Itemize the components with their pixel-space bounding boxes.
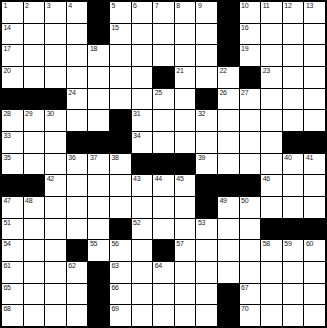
cell-r11c7[interactable]: 52: [132, 219, 153, 240]
cell-r1c10[interactable]: 9: [196, 2, 217, 23]
clue-number-49: 49: [220, 197, 227, 205]
cell-r3c14[interactable]: [283, 45, 304, 66]
cell-r8c15[interactable]: 41: [304, 154, 325, 175]
clue-number-43: 43: [133, 175, 140, 183]
clue-number-54: 54: [4, 240, 11, 248]
block-r13c5: [88, 262, 109, 283]
block-r2c11: [218, 24, 239, 45]
cell-r10c7[interactable]: [132, 197, 153, 218]
cell-r14c2[interactable]: [24, 284, 45, 305]
cell-r13c1[interactable]: 61: [2, 262, 23, 283]
cell-r6c1[interactable]: 28: [2, 110, 23, 131]
block-r11c13: [261, 219, 282, 240]
cell-r15c13[interactable]: [261, 305, 282, 326]
cell-r6c13[interactable]: [261, 110, 282, 131]
clue-number-5: 5: [112, 2, 116, 10]
cell-r3c5[interactable]: 18: [88, 45, 109, 66]
cell-r13c7[interactable]: [132, 262, 153, 283]
clue-number-16: 16: [241, 24, 248, 32]
block-r4c12: [240, 67, 261, 88]
clue-number-15: 15: [112, 24, 119, 32]
cell-r14c15[interactable]: [304, 284, 325, 305]
block-r14c11: [218, 284, 239, 305]
cell-r2c7[interactable]: [132, 24, 153, 45]
block-r9c10: [196, 175, 217, 196]
cell-r14c3[interactable]: [45, 284, 66, 305]
cell-r10c14[interactable]: [283, 197, 304, 218]
clue-number-10: 10: [241, 2, 248, 10]
clue-number-1: 1: [4, 2, 8, 10]
clue-number-26: 26: [220, 89, 227, 97]
cell-r4c7[interactable]: [132, 67, 153, 88]
cell-r12c7[interactable]: [132, 240, 153, 261]
clue-number-12: 12: [284, 2, 291, 10]
block-r14c5: [88, 284, 109, 305]
block-r8c7: [132, 154, 153, 175]
clue-number-35: 35: [4, 154, 11, 162]
cell-r15c2[interactable]: [24, 305, 45, 326]
cell-r9c14[interactable]: [283, 175, 304, 196]
cell-r2c10[interactable]: [196, 24, 217, 45]
clue-number-14: 14: [4, 24, 11, 32]
cell-r4c1[interactable]: 20: [2, 67, 23, 88]
cell-r10c8[interactable]: [153, 197, 174, 218]
block-r7c5: [88, 132, 109, 153]
cell-r4c14[interactable]: [283, 67, 304, 88]
clue-number-51: 51: [4, 219, 11, 227]
cell-r4c4[interactable]: [67, 67, 88, 88]
clue-number-69: 69: [112, 305, 119, 313]
block-r7c15: [304, 132, 325, 153]
clue-number-19: 19: [241, 45, 248, 53]
cell-r15c7[interactable]: [132, 305, 153, 326]
cell-r6c7[interactable]: 31: [132, 110, 153, 131]
cell-r13c4[interactable]: 62: [67, 262, 88, 283]
cell-r12c6[interactable]: 56: [110, 240, 131, 261]
clue-number-29: 29: [25, 110, 32, 118]
cell-r11c12[interactable]: [240, 219, 261, 240]
clue-number-11: 11: [263, 2, 270, 10]
cell-r1c3[interactable]: 3: [45, 2, 66, 23]
cell-r3c7[interactable]: [132, 45, 153, 66]
cell-r7c10[interactable]: [196, 132, 217, 153]
cell-r15c8[interactable]: [153, 305, 174, 326]
clue-number-65: 65: [4, 284, 11, 292]
clue-number-33: 33: [4, 132, 11, 140]
cell-r8c6[interactable]: 38: [110, 154, 131, 175]
cell-r1c2[interactable]: 2: [24, 2, 45, 23]
cell-r13c8[interactable]: 64: [153, 262, 174, 283]
cell-r6c12[interactable]: [240, 110, 261, 131]
cell-r6c10[interactable]: 32: [196, 110, 217, 131]
block-r8c8: [153, 154, 174, 175]
cell-r1c1[interactable]: 1: [2, 2, 23, 23]
cell-r4c9[interactable]: 21: [175, 67, 196, 88]
cell-r14c9[interactable]: [175, 284, 196, 305]
cell-r2c2[interactable]: [24, 24, 45, 45]
clue-number-36: 36: [68, 154, 75, 162]
cell-r15c14[interactable]: [283, 305, 304, 326]
cell-r1c4[interactable]: 4: [67, 2, 88, 23]
cell-r3c3[interactable]: [45, 45, 66, 66]
cell-r13c11[interactable]: [218, 262, 239, 283]
cell-r10c4[interactable]: [67, 197, 88, 218]
clue-number-3: 3: [47, 2, 51, 10]
cell-r7c1[interactable]: 33: [2, 132, 23, 153]
cell-r3c9[interactable]: [175, 45, 196, 66]
block-r7c4: [67, 132, 88, 153]
clue-number-60: 60: [306, 240, 313, 248]
block-r7c14: [283, 132, 304, 153]
block-r1c5: [88, 2, 109, 23]
clue-number-42: 42: [47, 175, 54, 183]
clue-number-9: 9: [198, 2, 202, 10]
clue-number-58: 58: [263, 240, 270, 248]
clue-number-7: 7: [155, 2, 159, 10]
cell-r14c6[interactable]: 66: [110, 284, 131, 305]
clue-number-23: 23: [263, 67, 270, 75]
cell-r9c13[interactable]: 46: [261, 175, 282, 196]
cell-r5c11[interactable]: 26: [218, 89, 239, 110]
clue-number-70: 70: [241, 305, 248, 313]
cell-r8c2[interactable]: [24, 154, 45, 175]
cell-r14c14[interactable]: [283, 284, 304, 305]
clue-number-48: 48: [25, 197, 32, 205]
cell-r12c11[interactable]: [218, 240, 239, 261]
clue-number-27: 27: [241, 89, 248, 97]
clue-number-18: 18: [90, 45, 97, 53]
clue-number-2: 2: [25, 2, 29, 10]
clue-number-41: 41: [306, 154, 313, 162]
block-r5c3: [45, 89, 66, 110]
clue-number-4: 4: [68, 2, 72, 10]
block-r11c6: [110, 219, 131, 240]
clue-number-22: 22: [220, 67, 227, 75]
cell-r7c9[interactable]: [175, 132, 196, 153]
cell-r8c13[interactable]: [261, 154, 282, 175]
cell-r4c13[interactable]: 23: [261, 67, 282, 88]
cell-r15c4[interactable]: [67, 305, 88, 326]
cell-r5c8[interactable]: 25: [153, 89, 174, 110]
clue-number-57: 57: [176, 240, 183, 248]
cell-r6c15[interactable]: [304, 110, 325, 131]
cell-r2c6[interactable]: 15: [110, 24, 131, 45]
cell-r12c3[interactable]: [45, 240, 66, 261]
cell-r14c10[interactable]: [196, 284, 217, 305]
cell-r11c5[interactable]: [88, 219, 109, 240]
cell-r3c8[interactable]: [153, 45, 174, 66]
cell-r12c2[interactable]: [24, 240, 45, 261]
cell-r5c7[interactable]: [132, 89, 153, 110]
cell-r13c12[interactable]: [240, 262, 261, 283]
clue-number-6: 6: [133, 2, 137, 10]
cell-r14c12[interactable]: 67: [240, 284, 261, 305]
cell-r9c3[interactable]: 42: [45, 175, 66, 196]
block-r12c8: [153, 240, 174, 261]
cell-r13c2[interactable]: [24, 262, 45, 283]
cell-r4c2[interactable]: [24, 67, 45, 88]
cell-r5c13[interactable]: [261, 89, 282, 110]
cell-r8c11[interactable]: [218, 154, 239, 175]
cell-r12c5[interactable]: 55: [88, 240, 109, 261]
clue-number-47: 47: [4, 197, 11, 205]
cell-r2c14[interactable]: [283, 24, 304, 45]
cell-r13c3[interactable]: [45, 262, 66, 283]
cell-r7c12[interactable]: [240, 132, 261, 153]
clue-number-50: 50: [241, 197, 248, 205]
cell-r14c1[interactable]: 65: [2, 284, 23, 305]
clue-number-38: 38: [112, 154, 119, 162]
clue-number-63: 63: [112, 262, 119, 270]
clue-number-24: 24: [68, 89, 75, 97]
cell-r12c9[interactable]: 57: [175, 240, 196, 261]
cell-r7c13[interactable]: [261, 132, 282, 153]
cell-r1c12[interactable]: 10: [240, 2, 261, 23]
cell-r9c7[interactable]: 43: [132, 175, 153, 196]
cell-r2c12[interactable]: 16: [240, 24, 261, 45]
clue-number-13: 13: [306, 2, 313, 10]
cell-r6c14[interactable]: [283, 110, 304, 131]
cell-r10c12[interactable]: 50: [240, 197, 261, 218]
block-r5c10: [196, 89, 217, 110]
clue-number-62: 62: [68, 262, 75, 270]
block-r9c12: [240, 175, 261, 196]
cell-r3c2[interactable]: [24, 45, 45, 66]
cell-r2c15[interactable]: [304, 24, 325, 45]
cell-r5c15[interactable]: [304, 89, 325, 110]
cell-r5c12[interactable]: 27: [240, 89, 261, 110]
cell-r7c11[interactable]: [218, 132, 239, 153]
cell-r2c1[interactable]: 14: [2, 24, 23, 45]
block-r15c11: [218, 305, 239, 326]
block-r5c2: [24, 89, 45, 110]
cell-r15c15[interactable]: [304, 305, 325, 326]
cell-r2c3[interactable]: [45, 24, 66, 45]
cell-r10c3[interactable]: [45, 197, 66, 218]
clue-number-61: 61: [4, 262, 11, 270]
clue-number-55: 55: [90, 240, 97, 248]
block-r11c15: [304, 219, 325, 240]
cell-r4c3[interactable]: [45, 67, 66, 88]
block-r2c5: [88, 24, 109, 45]
cell-r1c15[interactable]: 13: [304, 2, 325, 23]
cell-r15c12[interactable]: 70: [240, 305, 261, 326]
cell-r8c14[interactable]: 40: [283, 154, 304, 175]
block-r11c14: [283, 219, 304, 240]
block-r7c6: [110, 132, 131, 153]
cell-r5c14[interactable]: [283, 89, 304, 110]
cell-r14c13[interactable]: [261, 284, 282, 305]
cell-r8c1[interactable]: 35: [2, 154, 23, 175]
cell-r12c15[interactable]: 60: [304, 240, 325, 261]
cell-r9c5[interactable]: [88, 175, 109, 196]
cell-r3c6[interactable]: [110, 45, 131, 66]
cell-r7c7[interactable]: 34: [132, 132, 153, 153]
cell-r13c15[interactable]: [304, 262, 325, 283]
cell-r4c10[interactable]: [196, 67, 217, 88]
block-r1c11: [218, 2, 239, 23]
cell-r7c8[interactable]: [153, 132, 174, 153]
block-r5c1: [2, 89, 23, 110]
block-r3c11: [218, 45, 239, 66]
clue-number-37: 37: [90, 154, 97, 162]
cell-r7c2[interactable]: [24, 132, 45, 153]
clue-number-45: 45: [176, 175, 183, 183]
crossword-puzzle: 1234567891011121314151617181920212223242…: [0, 0, 327, 328]
cell-r15c1[interactable]: 68: [2, 305, 23, 326]
cell-r1c8[interactable]: 7: [153, 2, 174, 23]
cell-r9c15[interactable]: [304, 175, 325, 196]
clue-number-68: 68: [4, 305, 11, 313]
clue-number-28: 28: [4, 110, 11, 118]
cell-r9c8[interactable]: 44: [153, 175, 174, 196]
clue-number-64: 64: [155, 262, 162, 270]
clue-number-53: 53: [198, 219, 205, 227]
clue-number-44: 44: [155, 175, 162, 183]
clue-number-39: 39: [198, 154, 205, 162]
cell-r8c5[interactable]: 37: [88, 154, 109, 175]
cell-r6c9[interactable]: [175, 110, 196, 131]
cell-r11c2[interactable]: [24, 219, 45, 240]
clue-number-31: 31: [133, 110, 140, 118]
cell-r3c1[interactable]: 17: [2, 45, 23, 66]
clue-number-66: 66: [112, 284, 119, 292]
clue-number-56: 56: [112, 240, 119, 248]
cell-r14c7[interactable]: [132, 284, 153, 305]
cell-r13c10[interactable]: [196, 262, 217, 283]
cell-r5c4[interactable]: 24: [67, 89, 88, 110]
cell-r11c3[interactable]: [45, 219, 66, 240]
cell-r13c6[interactable]: 63: [110, 262, 131, 283]
cell-r15c9[interactable]: [175, 305, 196, 326]
cell-r3c4[interactable]: [67, 45, 88, 66]
cell-r10c6[interactable]: [110, 197, 131, 218]
cell-r2c13[interactable]: [261, 24, 282, 45]
cell-r3c12[interactable]: 19: [240, 45, 261, 66]
cell-r1c7[interactable]: 6: [132, 2, 153, 23]
clue-number-8: 8: [176, 2, 180, 10]
cell-r6c5[interactable]: [88, 110, 109, 131]
clue-number-40: 40: [284, 154, 291, 162]
cell-r8c10[interactable]: 39: [196, 154, 217, 175]
clue-number-32: 32: [198, 110, 205, 118]
cell-r2c8[interactable]: [153, 24, 174, 45]
cell-r15c6[interactable]: 69: [110, 305, 131, 326]
clue-number-21: 21: [176, 67, 183, 75]
cell-r15c10[interactable]: [196, 305, 217, 326]
block-r6c6: [110, 110, 131, 131]
cell-r6c8[interactable]: [153, 110, 174, 131]
cell-r4c11[interactable]: 22: [218, 67, 239, 88]
cell-r10c5[interactable]: [88, 197, 109, 218]
cell-r12c10[interactable]: [196, 240, 217, 261]
cell-r11c11[interactable]: [218, 219, 239, 240]
cell-r11c4[interactable]: [67, 219, 88, 240]
cell-r6c11[interactable]: [218, 110, 239, 131]
cell-r5c5[interactable]: [88, 89, 109, 110]
cell-r15c3[interactable]: [45, 305, 66, 326]
cell-r4c5[interactable]: [88, 67, 109, 88]
cell-r10c9[interactable]: [175, 197, 196, 218]
cell-r13c14[interactable]: [283, 262, 304, 283]
clue-number-59: 59: [284, 240, 291, 248]
cell-r11c10[interactable]: 53: [196, 219, 217, 240]
block-r8c9: [175, 154, 196, 175]
clue-number-46: 46: [263, 175, 270, 183]
cell-r10c11[interactable]: 49: [218, 197, 239, 218]
cell-r10c13[interactable]: [261, 197, 282, 218]
clue-number-34: 34: [133, 132, 140, 140]
cell-r5c6[interactable]: [110, 89, 131, 110]
cell-r3c13[interactable]: [261, 45, 282, 66]
cell-r14c8[interactable]: [153, 284, 174, 305]
cell-r13c9[interactable]: [175, 262, 196, 283]
crossword-board: 1234567891011121314151617181920212223242…: [0, 0, 327, 328]
cell-r9c9[interactable]: 45: [175, 175, 196, 196]
cell-r2c4[interactable]: [67, 24, 88, 45]
cell-r9c4[interactable]: [67, 175, 88, 196]
cell-r14c4[interactable]: [67, 284, 88, 305]
cell-r6c2[interactable]: 29: [24, 110, 45, 131]
cell-r1c9[interactable]: 8: [175, 2, 196, 23]
block-r9c2: [24, 175, 45, 196]
cell-r11c8[interactable]: [153, 219, 174, 240]
cell-r1c14[interactable]: 12: [283, 2, 304, 23]
block-r12c4: [67, 240, 88, 261]
cell-r4c6[interactable]: [110, 67, 131, 88]
cell-r10c1[interactable]: 47: [2, 197, 23, 218]
clue-number-17: 17: [4, 45, 11, 53]
cell-r7c3[interactable]: [45, 132, 66, 153]
cell-r13c13[interactable]: [261, 262, 282, 283]
cell-r8c3[interactable]: [45, 154, 66, 175]
block-r4c8: [153, 67, 174, 88]
block-r10c10: [196, 197, 217, 218]
cell-r9c6[interactable]: [110, 175, 131, 196]
cell-r5c9[interactable]: [175, 89, 196, 110]
cell-r11c1[interactable]: 51: [2, 219, 23, 240]
clue-number-20: 20: [4, 67, 11, 75]
cell-r3c15[interactable]: [304, 45, 325, 66]
clue-number-30: 30: [47, 110, 54, 118]
cell-r3c10[interactable]: [196, 45, 217, 66]
cell-r12c13[interactable]: 58: [261, 240, 282, 261]
block-r15c5: [88, 305, 109, 326]
clue-number-67: 67: [241, 284, 248, 292]
cell-r6c3[interactable]: 30: [45, 110, 66, 131]
cell-r8c12[interactable]: [240, 154, 261, 175]
block-r9c11: [218, 175, 239, 196]
clue-number-52: 52: [133, 219, 140, 227]
cell-r4c15[interactable]: [304, 67, 325, 88]
cell-r12c1[interactable]: 54: [2, 240, 23, 261]
cell-r12c14[interactable]: 59: [283, 240, 304, 261]
cell-r12c12[interactable]: [240, 240, 261, 261]
cell-r8c4[interactable]: 36: [67, 154, 88, 175]
cell-r2c9[interactable]: [175, 24, 196, 45]
cell-r11c9[interactable]: [175, 219, 196, 240]
cell-r6c4[interactable]: [67, 110, 88, 131]
block-r9c1: [2, 175, 23, 196]
cell-r10c2[interactable]: 48: [24, 197, 45, 218]
cell-r1c13[interactable]: 11: [261, 2, 282, 23]
cell-r1c6[interactable]: 5: [110, 2, 131, 23]
cell-r10c15[interactable]: [304, 197, 325, 218]
clue-number-25: 25: [155, 89, 162, 97]
